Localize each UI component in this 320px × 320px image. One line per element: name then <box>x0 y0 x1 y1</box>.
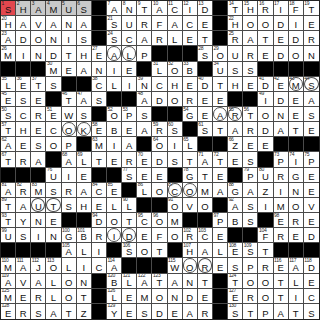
cell-r13c13[interactable]: O <box>183 183 198 198</box>
cell-r15c17[interactable]: S <box>243 213 258 228</box>
cell-r1c4[interactable]: 4M <box>46 1 61 16</box>
cell-r9c7[interactable]: 58E <box>92 122 107 137</box>
cell-r2c2[interactable]: A <box>16 16 31 31</box>
cell-r19c12[interactable]: A <box>168 274 183 289</box>
cell-r5c5[interactable]: E <box>62 62 77 77</box>
cell-r18c19[interactable]: 116E <box>274 258 289 273</box>
cell-r5c6[interactable]: A <box>77 62 92 77</box>
cell-r8c4[interactable]: 51E <box>46 107 61 122</box>
cell-r3c12[interactable]: L <box>168 31 183 46</box>
cell-r13c2[interactable]: 82R <box>16 183 31 198</box>
cell-r4c3[interactable]: N <box>31 46 46 61</box>
cell-r1c1[interactable]: 1S <box>1 1 16 16</box>
cell-r9c18[interactable]: D <box>258 122 273 137</box>
cell-r17c5[interactable]: 105A <box>62 243 77 258</box>
cell-r2c21[interactable]: E <box>304 16 319 31</box>
cell-r16c19[interactable]: R <box>274 228 289 243</box>
cell-r3c3[interactable]: O <box>31 31 46 46</box>
cell-r17c11[interactable]: T <box>152 243 167 258</box>
cell-r6c12[interactable]: H <box>168 77 183 92</box>
cell-r20c10[interactable]: M <box>137 289 152 304</box>
cell-r13c10[interactable]: 86L <box>137 183 152 198</box>
cell-r4c7[interactable]: 27E <box>92 46 107 61</box>
cell-r4c1[interactable]: 26M <box>1 46 16 61</box>
cell-r2c3[interactable]: V <box>31 16 46 31</box>
cell-r10c9[interactable]: A <box>122 137 137 152</box>
cell-r18c14[interactable]: R <box>198 258 213 273</box>
cell-r16c2[interactable]: S <box>16 228 31 243</box>
cell-r9c12[interactable]: 60S <box>168 122 183 137</box>
cell-r13c12[interactable]: 87C <box>168 183 183 198</box>
cell-r19c19[interactable]: T <box>274 274 289 289</box>
cell-r7c18[interactable]: 49I <box>258 92 273 107</box>
cell-r11c3[interactable]: A <box>31 152 46 167</box>
cell-r19c17[interactable]: O <box>243 274 258 289</box>
cell-r14c1[interactable]: 89T <box>1 198 16 213</box>
cell-r21c17[interactable]: T <box>243 304 258 319</box>
cell-r7c21[interactable]: A <box>304 92 319 107</box>
cell-r16c12[interactable]: O <box>168 228 183 243</box>
cell-r11c11[interactable]: D <box>152 152 167 167</box>
cell-r10c1[interactable]: 62A <box>1 137 16 152</box>
cell-r2c12[interactable]: A <box>168 16 183 31</box>
cell-r3c6[interactable]: S <box>77 31 92 46</box>
cell-r13c3[interactable]: 83M <box>31 183 46 198</box>
cell-r14c2[interactable]: A <box>16 198 31 213</box>
cell-r9c2[interactable]: H <box>16 122 31 137</box>
cell-r3c10[interactable]: A <box>137 31 152 46</box>
cell-r11c14[interactable]: 71A <box>198 152 213 167</box>
cell-r18c8[interactable]: 114A <box>107 258 122 273</box>
cell-r1c21[interactable]: 19T <box>304 1 319 16</box>
cell-r16c21[interactable]: D <box>304 228 319 243</box>
cell-r3c18[interactable]: T <box>258 31 273 46</box>
cell-r8c14[interactable]: E <box>198 107 213 122</box>
cell-r12c4[interactable]: 76U <box>46 168 61 183</box>
cell-r14c13[interactable]: V <box>183 198 198 213</box>
cell-r20c21[interactable]: C <box>304 289 319 304</box>
cell-r13c18[interactable]: Z <box>258 183 273 198</box>
cell-r2c9[interactable]: U <box>122 16 137 31</box>
cell-r14c21[interactable]: V <box>304 198 319 213</box>
cell-r16c7[interactable]: R <box>92 228 107 243</box>
cell-r11c15[interactable]: 72T <box>213 152 228 167</box>
cell-r18c2[interactable]: 111A <box>16 258 31 273</box>
cell-r6c21[interactable]: 44S <box>304 77 319 92</box>
cell-r5c15[interactable]: 34U <box>213 62 228 77</box>
cell-r4c21[interactable]: N <box>304 46 319 61</box>
cell-r9c20[interactable]: T <box>289 122 304 137</box>
cell-r5c7[interactable]: N <box>92 62 107 77</box>
cell-r18c4[interactable]: 113O <box>46 258 61 273</box>
cell-r14c7[interactable]: E <box>92 198 107 213</box>
cell-r19c4[interactable]: L <box>46 274 61 289</box>
cell-r11c1[interactable]: 67T <box>1 152 16 167</box>
cell-r10c13[interactable]: 65L <box>183 137 198 152</box>
cell-r9c8[interactable]: B <box>107 122 122 137</box>
cell-r11c21[interactable]: 75P <box>304 152 319 167</box>
cell-r10c5[interactable]: P <box>62 137 77 152</box>
cell-r17c16[interactable]: 108E <box>228 243 243 258</box>
cell-r16c3[interactable]: I <box>31 228 46 243</box>
cell-r3c9[interactable]: C <box>122 31 137 46</box>
cell-r1c6[interactable]: 6S <box>77 1 92 16</box>
cell-r8c9[interactable]: 53P <box>122 107 137 122</box>
cell-r7c13[interactable]: R <box>183 92 198 107</box>
cell-r16c9[interactable]: D <box>122 228 137 243</box>
cell-r14c3[interactable]: U <box>31 198 46 213</box>
cell-r11c13[interactable]: T <box>183 152 198 167</box>
cell-r18c18[interactable]: R <box>258 258 273 273</box>
cell-r10c8[interactable]: I <box>107 137 122 152</box>
cell-r19c6[interactable]: N <box>77 274 92 289</box>
cell-r9c9[interactable]: E <box>122 122 137 137</box>
cell-r6c15[interactable]: T <box>213 77 228 92</box>
cell-r20c20[interactable]: I <box>289 289 304 304</box>
cell-r8c13[interactable]: 54G <box>183 107 198 122</box>
cell-r15c3[interactable]: N <box>31 213 46 228</box>
cell-r17c15[interactable]: L <box>213 243 228 258</box>
cell-r18c21[interactable]: 118D <box>304 258 319 273</box>
cell-r1c16[interactable]: 14T <box>228 1 243 16</box>
cell-r13c15[interactable]: A <box>213 183 228 198</box>
cell-r21c8[interactable]: 129Y <box>107 304 122 319</box>
cell-r8c18[interactable]: O <box>258 107 273 122</box>
cell-r20c19[interactable]: T <box>274 289 289 304</box>
cell-r21c11[interactable]: D <box>152 304 167 319</box>
cell-r8c3[interactable]: R <box>31 107 46 122</box>
cell-r21c10[interactable]: S <box>137 304 152 319</box>
cell-r15c10[interactable]: 95C <box>137 213 152 228</box>
cell-r16c8[interactable]: I <box>107 228 122 243</box>
cell-r4c17[interactable]: R <box>243 46 258 61</box>
cell-r15c15[interactable]: 97P <box>213 213 228 228</box>
cell-r14c6[interactable]: H <box>77 198 92 213</box>
cell-r20c1[interactable]: 125M <box>1 289 16 304</box>
cell-r4c8[interactable]: A <box>107 46 122 61</box>
cell-r2c6[interactable]: A <box>77 16 92 31</box>
cell-r2c16[interactable]: 22H <box>228 16 243 31</box>
cell-r11c16[interactable]: E <box>228 152 243 167</box>
cell-r13c5[interactable]: R <box>62 183 77 198</box>
cell-r15c4[interactable]: E <box>46 213 61 228</box>
cell-r19c1[interactable]: 119A <box>1 274 16 289</box>
cell-r16c20[interactable]: E <box>289 228 304 243</box>
cell-r10c16[interactable]: 66Z <box>228 137 243 152</box>
cell-r14c4[interactable]: T <box>46 198 61 213</box>
cell-r6c2[interactable]: 36E <box>16 77 31 92</box>
cell-r5c16[interactable]: S <box>228 62 243 77</box>
cell-r15c2[interactable]: Y <box>16 213 31 228</box>
cell-r18c7[interactable]: C <box>92 258 107 273</box>
cell-r3c8[interactable]: 24S <box>107 31 122 46</box>
cell-r7c3[interactable]: E <box>31 92 46 107</box>
cell-r6c14[interactable]: 40D <box>198 77 213 92</box>
cell-r20c18[interactable]: O <box>258 289 273 304</box>
cell-r13c6[interactable]: A <box>77 183 92 198</box>
cell-r12c13[interactable]: 78G <box>183 168 198 183</box>
cell-r8c6[interactable]: S <box>77 107 92 122</box>
cell-r21c21[interactable]: S <box>304 304 319 319</box>
cell-r9c11[interactable]: 59R <box>152 122 167 137</box>
cell-r4c18[interactable]: E <box>258 46 273 61</box>
cell-r6c4[interactable]: S <box>46 77 61 92</box>
cell-r9c5[interactable]: O <box>62 122 77 137</box>
cell-r14c9[interactable]: 90L <box>122 198 137 213</box>
cell-r15c19[interactable]: 98E <box>274 213 289 228</box>
cell-r14c19[interactable]: M <box>274 198 289 213</box>
cell-r4c10[interactable]: P <box>137 46 152 61</box>
cell-r3c17[interactable]: A <box>243 31 258 46</box>
cell-r18c1[interactable]: 110M <box>1 258 16 273</box>
cell-r7c20[interactable]: E <box>289 92 304 107</box>
cell-r2c8[interactable]: 21S <box>107 16 122 31</box>
cell-r20c17[interactable]: R <box>243 289 258 304</box>
cell-r2c19[interactable]: D <box>274 16 289 31</box>
cell-r19c5[interactable]: O <box>62 274 77 289</box>
cell-r8c21[interactable]: S <box>304 107 319 122</box>
cell-r9c15[interactable]: T <box>213 122 228 137</box>
cell-r17c14[interactable]: A <box>198 243 213 258</box>
cell-r14c16[interactable]: 92A <box>228 198 243 213</box>
cell-r20c14[interactable]: E <box>198 289 213 304</box>
cell-r15c20[interactable]: R <box>289 213 304 228</box>
cell-r12c20[interactable]: G <box>289 168 304 183</box>
cell-r13c14[interactable]: M <box>198 183 213 198</box>
cell-r21c3[interactable]: S <box>31 304 46 319</box>
cell-r1c2[interactable]: 2H <box>16 1 31 16</box>
cell-r18c20[interactable]: 117A <box>289 258 304 273</box>
cell-r3c13[interactable]: E <box>183 31 198 46</box>
cell-r6c3[interactable]: 37T <box>31 77 46 92</box>
cell-r11c2[interactable]: R <box>16 152 31 167</box>
cell-r11c10[interactable]: 70E <box>137 152 152 167</box>
cell-r21c1[interactable]: 128E <box>1 304 16 319</box>
cell-r7c10[interactable]: 48A <box>137 92 152 107</box>
cell-r1c13[interactable]: 12I <box>183 1 198 16</box>
cell-r13c21[interactable]: E <box>304 183 319 198</box>
cell-r11c19[interactable]: 73P <box>274 152 289 167</box>
cell-r6c9[interactable]: I <box>122 77 137 92</box>
cell-r1c9[interactable]: 8N <box>122 1 137 16</box>
cell-r20c12[interactable]: N <box>168 289 183 304</box>
cell-r13c17[interactable]: A <box>243 183 258 198</box>
cell-r21c6[interactable]: Z <box>77 304 92 319</box>
cell-r10c18[interactable]: E <box>258 137 273 152</box>
cell-r6c7[interactable]: 38C <box>92 77 107 92</box>
cell-r19c2[interactable]: V <box>16 274 31 289</box>
cell-r9c4[interactable]: C <box>46 122 61 137</box>
cell-r3c19[interactable]: E <box>274 31 289 46</box>
cell-r11c9[interactable]: R <box>122 152 137 167</box>
cell-r19c3[interactable]: A <box>31 274 46 289</box>
cell-r19c16[interactable]: 124T <box>228 274 243 289</box>
cell-r16c4[interactable]: N <box>46 228 61 243</box>
cell-r19c14[interactable]: T <box>198 274 213 289</box>
cell-r13c7[interactable]: 84C <box>92 183 107 198</box>
cell-r1c12[interactable]: 11C <box>168 1 183 16</box>
cell-r3c21[interactable]: R <box>304 31 319 46</box>
cell-r6c13[interactable]: E <box>183 77 198 92</box>
cell-r6c20[interactable]: 43M <box>289 77 304 92</box>
cell-r11c7[interactable]: T <box>92 152 107 167</box>
cell-r18c6[interactable]: I <box>77 258 92 273</box>
cell-r11c20[interactable]: 74I <box>289 152 304 167</box>
cell-r19c20[interactable]: L <box>289 274 304 289</box>
cell-r4c2[interactable]: I <box>16 46 31 61</box>
cell-r1c14[interactable]: 13D <box>198 1 213 16</box>
cell-r19c13[interactable]: N <box>183 274 198 289</box>
cell-r4c16[interactable]: U <box>228 46 243 61</box>
cell-r19c10[interactable]: 122A <box>137 274 152 289</box>
cell-r15c21[interactable]: E <box>304 213 319 228</box>
cell-r20c2[interactable]: E <box>16 289 31 304</box>
cell-r4c15[interactable]: 29O <box>213 46 228 61</box>
cell-r14c17[interactable]: S <box>243 198 258 213</box>
cell-r8c19[interactable]: N <box>274 107 289 122</box>
cell-r13c11[interactable]: O <box>152 183 167 198</box>
cell-r8c17[interactable]: 56T <box>243 107 258 122</box>
cell-r21c16[interactable]: 130S <box>228 304 243 319</box>
cell-r11c12[interactable]: S <box>168 152 183 167</box>
cell-r3c16[interactable]: 25R <box>228 31 243 46</box>
cell-r6c8[interactable]: L <box>107 77 122 92</box>
cell-r12c15[interactable]: E <box>213 168 228 183</box>
cell-r4c4[interactable]: D <box>46 46 61 61</box>
cell-r14c12[interactable]: 91O <box>168 198 183 213</box>
cell-r19c8[interactable]: 120B <box>107 274 122 289</box>
cell-r14c18[interactable]: I <box>258 198 273 213</box>
cell-r3c1[interactable]: 23A <box>1 31 16 46</box>
cell-r5c11[interactable]: 31L <box>152 62 167 77</box>
cell-r9c6[interactable]: K <box>77 122 92 137</box>
cell-r8c2[interactable]: C <box>16 107 31 122</box>
cell-r17c7[interactable]: I <box>92 243 107 258</box>
cell-r15c7[interactable]: 94D <box>92 213 107 228</box>
cell-r10c17[interactable]: E <box>243 137 258 152</box>
cell-r11c6[interactable]: 69L <box>77 152 92 167</box>
cell-r21c18[interactable]: P <box>258 304 273 319</box>
cell-r6c11[interactable]: C <box>152 77 167 92</box>
cell-r14c5[interactable]: S <box>62 198 77 213</box>
cell-r9c10[interactable]: A <box>137 122 152 137</box>
cell-r15c8[interactable]: O <box>107 213 122 228</box>
cell-r8c1[interactable]: 50S <box>1 107 16 122</box>
cell-r18c17[interactable]: P <box>243 258 258 273</box>
cell-r3c14[interactable]: T <box>198 31 213 46</box>
cell-r3c20[interactable]: D <box>289 31 304 46</box>
cell-r10c2[interactable]: E <box>16 137 31 152</box>
cell-r12c19[interactable]: R <box>274 168 289 183</box>
cell-r8c20[interactable]: E <box>289 107 304 122</box>
cell-r15c16[interactable]: B <box>228 213 243 228</box>
cell-r16c15[interactable]: E <box>213 228 228 243</box>
cell-r20c13[interactable]: D <box>183 289 198 304</box>
cell-r1c18[interactable]: 16R <box>258 1 273 16</box>
cell-r20c16[interactable]: 127E <box>228 289 243 304</box>
cell-r17c9[interactable]: 106S <box>122 243 137 258</box>
cell-r21c13[interactable]: A <box>183 304 198 319</box>
cell-r2c1[interactable]: 20H <box>1 16 16 31</box>
cell-r20c11[interactable]: O <box>152 289 167 304</box>
cell-r13c4[interactable]: S <box>46 183 61 198</box>
cell-r9c21[interactable]: E <box>304 122 319 137</box>
crossword-grid[interactable]: 1S2H3A4M5U6S7A8N9T10A11C12I13D14T15H16R1… <box>0 0 320 320</box>
cell-r17c17[interactable]: 109S <box>243 243 258 258</box>
cell-r12c5[interactable]: I <box>62 168 77 183</box>
cell-r5c17[interactable]: S <box>243 62 258 77</box>
cell-r15c12[interactable]: M <box>168 213 183 228</box>
cell-r16c18[interactable]: 104F <box>258 228 273 243</box>
cell-r4c19[interactable]: D <box>274 46 289 61</box>
cell-r9c17[interactable]: R <box>243 122 258 137</box>
cell-r18c13[interactable]: O <box>183 258 198 273</box>
cell-r8c16[interactable]: 55R <box>228 107 243 122</box>
cell-r1c11[interactable]: 10A <box>152 1 167 16</box>
cell-r18c3[interactable]: 112J <box>31 258 46 273</box>
cell-r11c17[interactable]: S <box>243 152 258 167</box>
cell-r12c21[interactable]: E <box>304 168 319 183</box>
cell-r5c8[interactable]: I <box>107 62 122 77</box>
cell-r16c11[interactable]: F <box>152 228 167 243</box>
cell-r4c20[interactable]: O <box>289 46 304 61</box>
cell-r2c4[interactable]: A <box>46 16 61 31</box>
cell-r14c20[interactable]: O <box>289 198 304 213</box>
cell-r1c8[interactable]: 7A <box>107 1 122 16</box>
cell-r7c14[interactable]: E <box>198 92 213 107</box>
cell-r2c20[interactable]: I <box>289 16 304 31</box>
cell-r3c4[interactable]: N <box>46 31 61 46</box>
cell-r7c12[interactable]: O <box>168 92 183 107</box>
cell-r7c1[interactable]: 45E <box>1 92 16 107</box>
cell-r18c15[interactable]: E <box>213 258 228 273</box>
cell-r9c3[interactable]: E <box>31 122 46 137</box>
cell-r9c19[interactable]: A <box>274 122 289 137</box>
cell-r1c10[interactable]: 9T <box>137 1 152 16</box>
cell-r8c5[interactable]: W <box>62 107 77 122</box>
cell-r6c16[interactable]: H <box>228 77 243 92</box>
cell-r12c18[interactable]: 80U <box>258 168 273 183</box>
cell-r5c12[interactable]: 32O <box>168 62 183 77</box>
cell-r14c14[interactable]: O <box>198 198 213 213</box>
cell-r13c20[interactable]: N <box>289 183 304 198</box>
cell-r1c17[interactable]: 15H <box>243 1 258 16</box>
cell-r12c14[interactable]: T <box>198 168 213 183</box>
cell-r21c4[interactable]: A <box>46 304 61 319</box>
cell-r7c5[interactable]: 46T <box>62 92 77 107</box>
cell-r12c10[interactable]: E <box>137 168 152 183</box>
cell-r6c1[interactable]: 35L <box>1 77 16 92</box>
cell-r12c6[interactable]: E <box>77 168 92 183</box>
cell-r10c11[interactable]: 64O <box>152 137 167 152</box>
cell-r2c17[interactable]: O <box>243 16 258 31</box>
cell-r1c3[interactable]: 3A <box>31 1 46 16</box>
cell-r7c19[interactable]: D <box>274 92 289 107</box>
cell-r6c18[interactable]: 41D <box>258 77 273 92</box>
cell-r12c17[interactable]: 79P <box>243 168 258 183</box>
cell-r15c1[interactable]: 93T <box>1 213 16 228</box>
cell-r13c8[interactable]: 85E <box>107 183 122 198</box>
cell-r2c10[interactable]: R <box>137 16 152 31</box>
cell-r16c1[interactable]: 99U <box>1 228 16 243</box>
cell-r10c3[interactable]: S <box>31 137 46 152</box>
cell-r2c18[interactable]: O <box>258 16 273 31</box>
cell-r19c11[interactable]: 123T <box>152 274 167 289</box>
cell-r20c8[interactable]: 126L <box>107 289 122 304</box>
cell-r18c16[interactable]: S <box>228 258 243 273</box>
cell-r19c18[interactable]: O <box>258 274 273 289</box>
cell-r13c1[interactable]: 81A <box>1 183 16 198</box>
